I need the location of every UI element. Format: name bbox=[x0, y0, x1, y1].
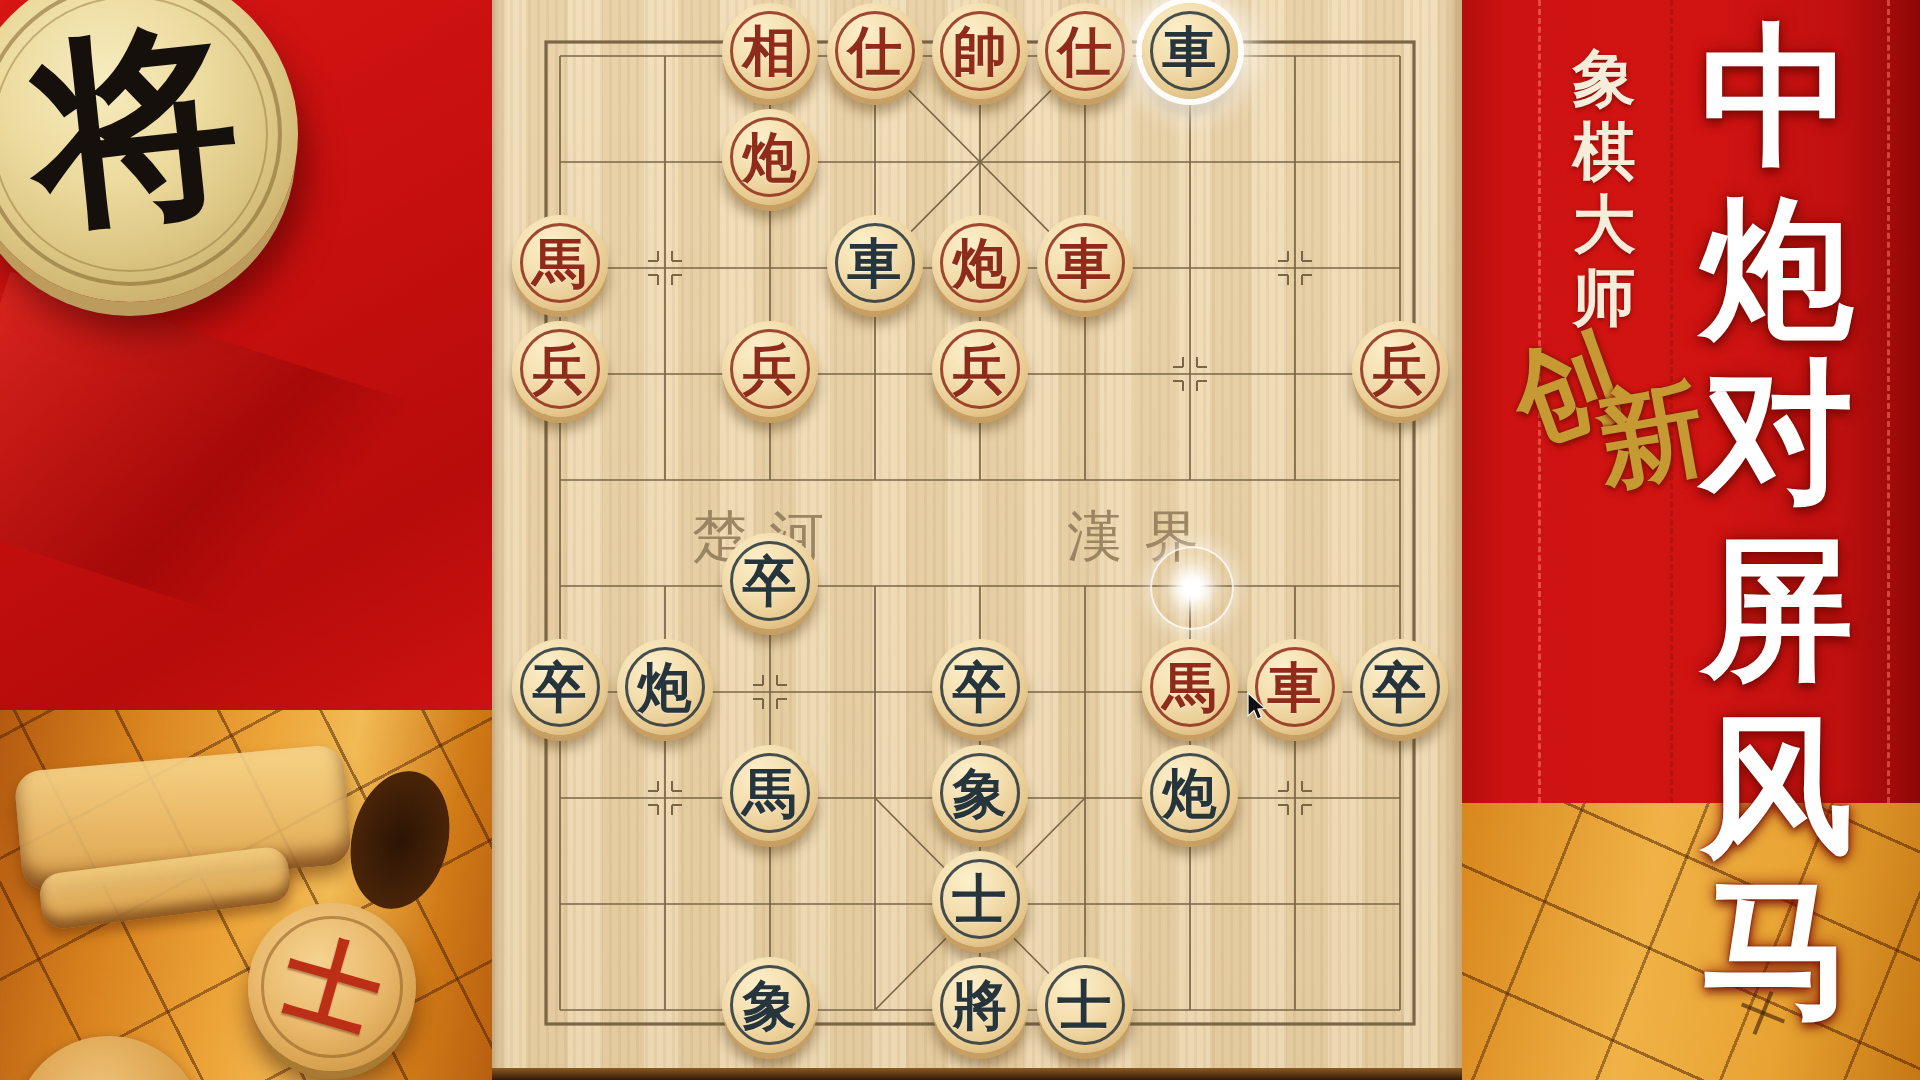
main-title-char: 中 bbox=[1692, 15, 1862, 181]
board-cell: 馬 bbox=[717, 745, 822, 851]
pieces-grid: 相仕帥仕車炮馬車炮車兵兵兵兵卒卒炮卒馬車卒馬象炮士象將士 bbox=[507, 3, 1452, 1063]
piece-red-仕[interactable]: 仕 bbox=[827, 3, 923, 99]
piece-black-炮[interactable]: 炮 bbox=[617, 639, 713, 735]
piece-glyph: 將 bbox=[932, 957, 1028, 1053]
piece-black-車[interactable]: 車 bbox=[1142, 3, 1238, 99]
piece-glyph: 馬 bbox=[512, 215, 608, 311]
piece-black-炮[interactable]: 炮 bbox=[1142, 745, 1238, 841]
board-cell: 象 bbox=[717, 957, 822, 1063]
series-title-vertical: 象棋大师 bbox=[1564, 42, 1644, 334]
main-title-char: 风 bbox=[1692, 705, 1862, 871]
piece-glyph: 象 bbox=[722, 957, 818, 1053]
left-decorative-panel: 将 士 bbox=[0, 0, 492, 1080]
piece-glyph: 兵 bbox=[1352, 321, 1448, 417]
piece-red-相[interactable]: 相 bbox=[722, 3, 818, 99]
piece-red-兵[interactable]: 兵 bbox=[1352, 321, 1448, 417]
piece-black-象[interactable]: 象 bbox=[722, 957, 818, 1053]
piece-glyph: 兵 bbox=[512, 321, 608, 417]
right-title-panel: 象棋大师 创 新 中炮对屏风马 bbox=[1462, 0, 1920, 1080]
screenshot-stage: 将 士 楚河 漢界 相仕帥仕車炮馬車炮車兵兵兵兵卒卒炮卒馬車卒馬象炮士象將士 bbox=[0, 0, 1920, 1080]
piece-glyph: 相 bbox=[722, 3, 818, 99]
red-fabric-fold bbox=[0, 271, 410, 648]
board-cell: 馬 bbox=[507, 215, 612, 321]
board-cell: 兵 bbox=[507, 321, 612, 427]
mouse-cursor-icon bbox=[1246, 692, 1272, 722]
board-cell: 象 bbox=[927, 745, 1032, 851]
board-cell: 兵 bbox=[717, 321, 822, 427]
board-cell: 相 bbox=[717, 3, 822, 109]
piece-glyph: 馬 bbox=[722, 745, 818, 841]
piece-black-士[interactable]: 士 bbox=[932, 851, 1028, 947]
piece-red-馬[interactable]: 馬 bbox=[1142, 639, 1238, 735]
piece-glyph: 炮 bbox=[617, 639, 713, 735]
board-cell: 車 bbox=[822, 215, 927, 321]
board-cell: 車 bbox=[1032, 215, 1137, 321]
piece-red-兵[interactable]: 兵 bbox=[932, 321, 1028, 417]
piece-glyph: 馬 bbox=[1142, 639, 1238, 735]
decorative-general-piece: 将 bbox=[0, 0, 298, 302]
board-cell: 卒 bbox=[507, 639, 612, 745]
board-cell: 炮 bbox=[1137, 745, 1242, 851]
piece-red-帥[interactable]: 帥 bbox=[932, 3, 1028, 99]
board-cell: 炮 bbox=[717, 109, 822, 215]
piece-black-象[interactable]: 象 bbox=[932, 745, 1028, 841]
piece-glyph: 兵 bbox=[932, 321, 1028, 417]
piece-red-炮[interactable]: 炮 bbox=[932, 215, 1028, 311]
board-cell: 卒 bbox=[1347, 639, 1452, 745]
piece-glyph: 兵 bbox=[722, 321, 818, 417]
board-cell: 炮 bbox=[612, 639, 717, 745]
piece-black-卒[interactable]: 卒 bbox=[1352, 639, 1448, 735]
piece-glyph: 車 bbox=[1142, 3, 1238, 99]
piece-red-仕[interactable]: 仕 bbox=[1037, 3, 1133, 99]
piece-glyph: 車 bbox=[1037, 215, 1133, 311]
main-title-char: 炮 bbox=[1692, 188, 1862, 354]
piece-glyph: 象 bbox=[932, 745, 1028, 841]
piece-black-將[interactable]: 將 bbox=[932, 957, 1028, 1053]
decorative-advisor-piece: 士 bbox=[248, 903, 416, 1071]
board-cell: 兵 bbox=[927, 321, 1032, 427]
piece-black-卒[interactable]: 卒 bbox=[512, 639, 608, 735]
xiangqi-board: 楚河 漢界 相仕帥仕車炮馬車炮車兵兵兵兵卒卒炮卒馬車卒馬象炮士象將士 bbox=[492, 0, 1462, 1080]
piece-glyph: 炮 bbox=[1142, 745, 1238, 841]
piece-glyph: 士 bbox=[932, 851, 1028, 947]
piece-glyph: 卒 bbox=[932, 639, 1028, 735]
piece-black-車[interactable]: 車 bbox=[827, 215, 923, 311]
board-cell: 兵 bbox=[1347, 321, 1452, 427]
last-move-marker bbox=[1150, 546, 1234, 630]
piece-glyph: 卒 bbox=[1352, 639, 1448, 735]
piece-glyph: 仕 bbox=[1037, 3, 1133, 99]
piece-red-馬[interactable]: 馬 bbox=[512, 215, 608, 311]
piece-glyph: 士 bbox=[1037, 957, 1133, 1053]
main-title-char: 屏 bbox=[1692, 528, 1862, 694]
piece-glyph: 卒 bbox=[722, 533, 818, 629]
board-cell: 卒 bbox=[927, 639, 1032, 745]
board-cell: 仕 bbox=[1032, 3, 1137, 109]
general-piece-glyph: 将 bbox=[0, 0, 320, 314]
board-cell: 馬 bbox=[1137, 639, 1242, 745]
piece-red-車[interactable]: 車 bbox=[1037, 215, 1133, 311]
board-cell: 仕 bbox=[822, 3, 927, 109]
board-cell: 將 bbox=[927, 957, 1032, 1063]
piece-glyph: 仕 bbox=[827, 3, 923, 99]
main-title-char: 对 bbox=[1692, 351, 1862, 517]
piece-glyph: 炮 bbox=[722, 109, 818, 205]
board-cell: 車 bbox=[1137, 3, 1242, 109]
board-cell: 帥 bbox=[927, 3, 1032, 109]
piece-black-卒[interactable]: 卒 bbox=[722, 533, 818, 629]
piece-black-卒[interactable]: 卒 bbox=[932, 639, 1028, 735]
stitch-line bbox=[1887, 0, 1890, 803]
piece-glyph: 卒 bbox=[512, 639, 608, 735]
piece-red-兵[interactable]: 兵 bbox=[722, 321, 818, 417]
piece-black-馬[interactable]: 馬 bbox=[722, 745, 818, 841]
board-bottom-edge bbox=[492, 1068, 1462, 1080]
piece-glyph: 車 bbox=[827, 215, 923, 311]
piece-black-士[interactable]: 士 bbox=[1037, 957, 1133, 1053]
board-cell: 炮 bbox=[927, 215, 1032, 321]
piece-glyph: 帥 bbox=[932, 3, 1028, 99]
piece-glyph: 炮 bbox=[932, 215, 1028, 311]
board-cell: 士 bbox=[927, 851, 1032, 957]
board-cell: 士 bbox=[1032, 957, 1137, 1063]
board-cell: 卒 bbox=[717, 533, 822, 639]
piece-red-兵[interactable]: 兵 bbox=[512, 321, 608, 417]
piece-red-炮[interactable]: 炮 bbox=[722, 109, 818, 205]
